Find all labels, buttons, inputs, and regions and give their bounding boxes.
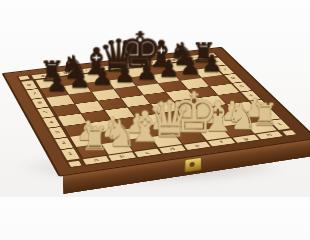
square-a1: ♜ [77, 144, 108, 158]
board-squares: ♜♞♝♛♚♝♞♜♟♟♟♟♟♟♟♟♟♟♟♟♟♟♟♟♜♞♝♛♚♝♞♜ [34, 59, 278, 159]
corner-inlay [282, 130, 296, 136]
white-rook: ♜ [62, 123, 128, 155]
photo-background: abcdefgh abcdefgh 87654321 87654321 ♜♞♝♛… [0, 0, 310, 197]
chess-board: abcdefgh abcdefgh 87654321 87654321 ♜♞♝♛… [2, 47, 310, 177]
square-a7: ♟ [41, 86, 68, 97]
corner-inlay [68, 161, 82, 167]
brass-clasp-icon [184, 157, 202, 173]
coordinate-label: 6 [32, 98, 49, 108]
black-pawn: ♟ [27, 70, 86, 95]
